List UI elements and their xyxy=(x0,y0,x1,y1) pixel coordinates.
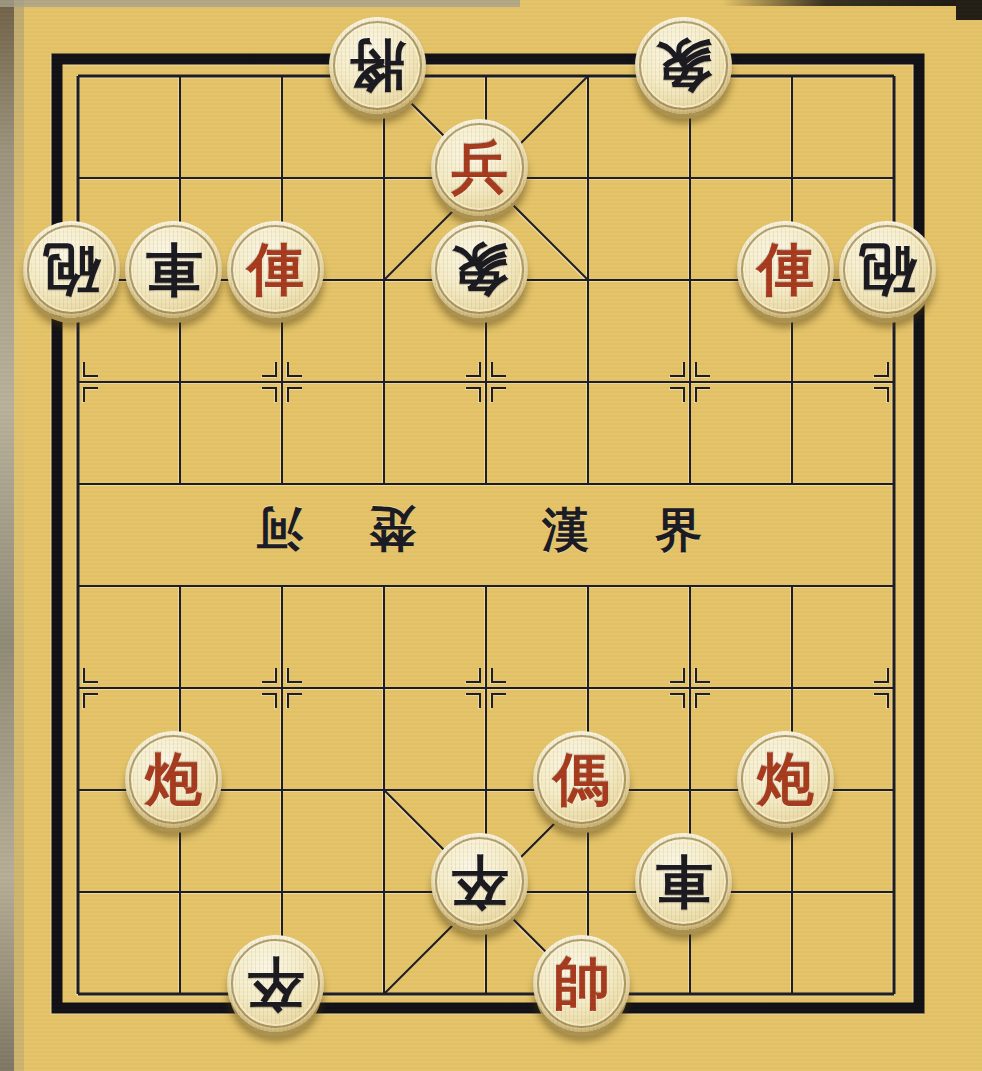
top-right-corner-shadow xyxy=(956,0,982,20)
piece-black-chariot[interactable]: 車 xyxy=(125,221,222,318)
xiangqi-board[interactable]: 楚河 漢界 將象兵砲車俥象俥砲炮傌炮卒車卒帥 xyxy=(0,0,982,1071)
piece-red-cannon[interactable]: 炮 xyxy=(125,731,222,828)
piece-black-soldier[interactable]: 卒 xyxy=(227,935,324,1032)
piece-red-chariot[interactable]: 俥 xyxy=(737,221,834,318)
river-label-han-jie: 漢界 xyxy=(542,499,768,562)
piece-black-soldier[interactable]: 卒 xyxy=(431,833,528,930)
screenshot-stage: 楚河 漢界 將象兵砲車俥象俥砲炮傌炮卒車卒帥 xyxy=(0,0,982,1071)
piece-glyph-red-chariot: 俥 xyxy=(757,241,814,298)
piece-glyph-red-general: 帥 xyxy=(553,955,610,1012)
piece-glyph-red-cannon: 炮 xyxy=(757,751,814,808)
piece-black-cannon[interactable]: 砲 xyxy=(23,221,120,318)
piece-red-cannon[interactable]: 炮 xyxy=(737,731,834,828)
piece-glyph-black-general: 將 xyxy=(349,37,406,94)
piece-black-elephant[interactable]: 象 xyxy=(635,17,732,114)
piece-glyph-black-cannon: 砲 xyxy=(43,241,100,298)
piece-red-soldier[interactable]: 兵 xyxy=(431,119,528,216)
top-right-dark-edge xyxy=(722,0,982,6)
piece-black-cannon[interactable]: 砲 xyxy=(839,221,936,318)
piece-red-horse[interactable]: 傌 xyxy=(533,731,630,828)
piece-glyph-black-soldier: 卒 xyxy=(451,853,508,910)
piece-glyph-red-soldier: 兵 xyxy=(451,139,508,196)
piece-glyph-black-cannon: 砲 xyxy=(859,241,916,298)
piece-black-elephant[interactable]: 象 xyxy=(431,221,528,318)
top-edge-line xyxy=(0,0,520,7)
piece-glyph-black-chariot: 車 xyxy=(655,853,712,910)
piece-glyph-red-chariot: 俥 xyxy=(247,241,304,298)
piece-glyph-red-cannon: 炮 xyxy=(145,751,202,808)
piece-red-general[interactable]: 帥 xyxy=(533,935,630,1032)
piece-black-general[interactable]: 將 xyxy=(329,17,426,114)
piece-glyph-black-soldier: 卒 xyxy=(247,955,304,1012)
piece-glyph-black-elephant: 象 xyxy=(655,37,712,94)
piece-glyph-black-chariot: 車 xyxy=(145,241,202,298)
river-label-chu-he: 楚河 xyxy=(190,497,416,560)
piece-glyph-red-horse: 傌 xyxy=(553,751,610,808)
piece-black-chariot[interactable]: 車 xyxy=(635,833,732,930)
left-wall-shadow xyxy=(14,0,24,1071)
piece-red-chariot[interactable]: 俥 xyxy=(227,221,324,318)
left-wall-strip xyxy=(0,0,14,1071)
piece-glyph-black-elephant: 象 xyxy=(451,241,508,298)
